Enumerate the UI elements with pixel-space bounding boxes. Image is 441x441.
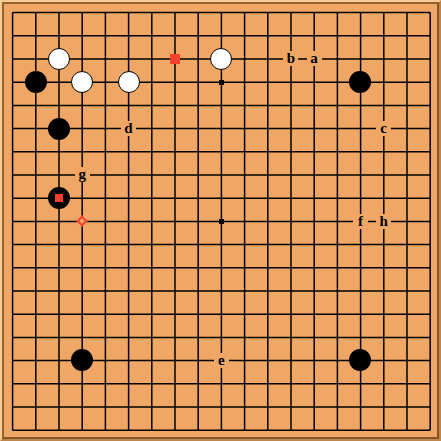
- star-point: [219, 80, 224, 85]
- point-label-f: f: [353, 214, 368, 229]
- point-label-b: b: [283, 51, 298, 66]
- white-stone: [210, 48, 232, 70]
- black-stone: [71, 349, 93, 371]
- white-stone: [71, 71, 93, 93]
- point-label-e: e: [214, 353, 229, 368]
- goban-frame: abcdefgh: [0, 0, 441, 441]
- white-stone: [48, 48, 70, 70]
- marker-red-square-on-stone: [55, 194, 63, 202]
- black-stone: [349, 71, 371, 93]
- marker-red-diamond: [76, 216, 87, 227]
- point-label-c: c: [376, 121, 391, 136]
- point-label-h: h: [376, 214, 391, 229]
- star-point: [219, 219, 224, 224]
- point-label-g: g: [75, 167, 90, 182]
- black-stone: [25, 71, 47, 93]
- board-surface[interactable]: abcdefgh: [1, 1, 441, 441]
- black-stone: [48, 118, 70, 140]
- white-stone: [118, 71, 140, 93]
- black-stone: [349, 349, 371, 371]
- marker-red-square: [170, 54, 180, 64]
- point-label-a: a: [307, 51, 322, 66]
- point-label-d: d: [121, 121, 136, 136]
